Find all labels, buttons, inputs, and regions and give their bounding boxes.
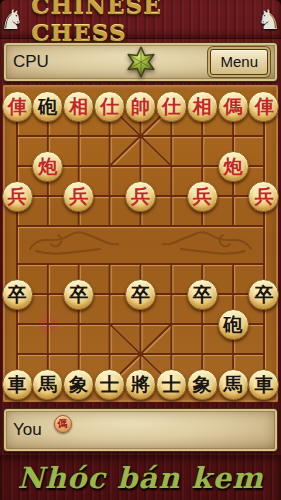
- chess-knight-icon: ♞: [0, 6, 24, 33]
- player-bar: You 傌: [0, 403, 281, 455]
- app-window: ♞ CHINESE CHESS ♞ CPU Menu: [0, 0, 281, 500]
- title-bar: ♞ CHINESE CHESS ♞: [0, 0, 281, 39]
- xiangqi-piece-black[interactable]: 將: [125, 369, 156, 400]
- xiangqi-piece-red[interactable]: 俥: [2, 91, 33, 122]
- opponent-label: CPU: [13, 52, 49, 72]
- xiangqi-piece-red[interactable]: 兵: [125, 181, 156, 212]
- star-icon: [125, 45, 157, 79]
- player-label: You: [13, 420, 42, 440]
- xiangqi-board[interactable]: 俥砲相仕帥仕相傌俥炮炮兵兵兵兵兵卒卒卒卒卒砲車馬象士將士象馬車: [0, 85, 281, 403]
- xiangqi-piece-red[interactable]: 炮: [218, 151, 249, 182]
- xiangqi-piece-black[interactable]: 士: [94, 369, 125, 400]
- xiangqi-piece-black[interactable]: 車: [2, 369, 33, 400]
- xiangqi-piece-black[interactable]: 馬: [32, 369, 63, 400]
- captured-tray: 傌: [54, 415, 72, 433]
- xiangqi-piece-black[interactable]: 象: [63, 369, 94, 400]
- status-bar: CPU Menu: [0, 39, 281, 85]
- menu-button[interactable]: Menu: [210, 49, 268, 75]
- xiangqi-piece-red[interactable]: 相: [187, 91, 218, 122]
- xiangqi-piece-red[interactable]: 兵: [63, 181, 94, 212]
- xiangqi-piece-black[interactable]: 象: [187, 369, 218, 400]
- xiangqi-piece-red[interactable]: 炮: [32, 151, 63, 182]
- xiangqi-piece-black[interactable]: 砲: [32, 91, 63, 122]
- xiangqi-piece-black[interactable]: 砲: [218, 309, 249, 340]
- xiangqi-piece-red[interactable]: 相: [63, 91, 94, 122]
- xiangqi-piece-black[interactable]: 士: [156, 369, 187, 400]
- xiangqi-piece-black[interactable]: 卒: [2, 279, 33, 310]
- xiangqi-piece-red[interactable]: 帥: [125, 91, 156, 122]
- xiangqi-piece-black[interactable]: 卒: [63, 279, 94, 310]
- xiangqi-piece-black[interactable]: 卒: [248, 279, 279, 310]
- xiangqi-piece-red[interactable]: 兵: [248, 181, 279, 212]
- xiangqi-piece-black[interactable]: 馬: [218, 369, 249, 400]
- app-brand-name: Nhóc bán kem: [17, 461, 263, 495]
- player-panel: You 傌: [3, 408, 278, 452]
- last-move-marker: [37, 313, 59, 335]
- footer: Nhóc bán kem: [0, 455, 281, 500]
- xiangqi-piece-red[interactable]: 俥: [248, 91, 279, 122]
- status-panel: CPU Menu: [3, 42, 278, 82]
- xiangqi-piece-red[interactable]: 仕: [156, 91, 187, 122]
- chess-knight-icon: ♞: [257, 6, 281, 33]
- xiangqi-piece-black[interactable]: 車: [248, 369, 279, 400]
- board-grid[interactable]: 俥砲相仕帥仕相傌俥炮炮兵兵兵兵兵卒卒卒卒卒砲車馬象士將士象馬車: [2, 91, 280, 399]
- captured-piece-icon: 傌: [54, 415, 72, 433]
- xiangqi-piece-red[interactable]: 兵: [187, 181, 218, 212]
- xiangqi-piece-black[interactable]: 卒: [187, 279, 218, 310]
- xiangqi-piece-black[interactable]: 卒: [125, 279, 156, 310]
- xiangqi-piece-red[interactable]: 傌: [218, 91, 249, 122]
- xiangqi-piece-red[interactable]: 仕: [94, 91, 125, 122]
- xiangqi-piece-red[interactable]: 兵: [2, 181, 33, 212]
